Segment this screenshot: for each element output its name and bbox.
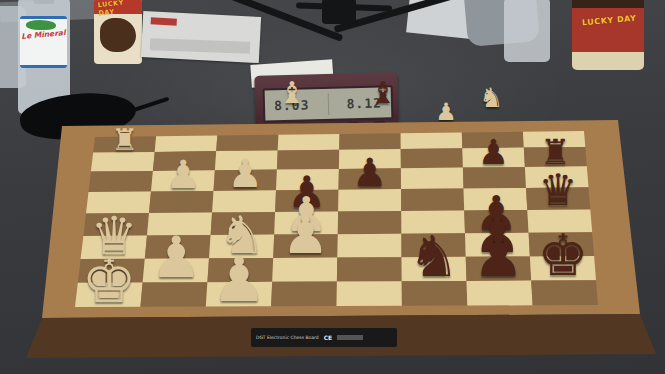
photo-stage: Le Mineral LUCKY DAY LUCKY DAY 8.03 8.12 [0, 0, 665, 374]
piece-white-king-h1[interactable]: ♚ [81, 250, 136, 312]
piece-black-queen-d8[interactable]: ♛ [539, 169, 578, 213]
piece-black-knight-g6[interactable]: ♞ [408, 228, 459, 285]
piece-white-rook-a1[interactable]: ♜ [111, 125, 138, 155]
piece-black-pawn-c5[interactable]: ♟ [352, 153, 387, 192]
piece-black-king-g8[interactable]: ♚ [537, 227, 588, 284]
pieces-layer: ♜♛♚♟♟♟♟♞♟♟♟♟♟♞♟♟♟♜♛♚ [0, 0, 665, 374]
piece-black-pawn-b7[interactable]: ♟ [478, 135, 509, 170]
piece-white-pawn-g2[interactable]: ♟ [150, 230, 201, 287]
piece-black-pawn-g7[interactable]: ♟ [473, 228, 524, 285]
piece-black-rook-b8[interactable]: ♜ [540, 134, 571, 169]
piece-white-pawn-f4[interactable]: ♟ [282, 209, 329, 262]
piece-white-pawn-h3[interactable]: ♟ [212, 250, 267, 312]
piece-white-pawn-c2[interactable]: ♟ [166, 155, 201, 194]
piece-white-pawn-c3[interactable]: ♟ [228, 154, 263, 193]
